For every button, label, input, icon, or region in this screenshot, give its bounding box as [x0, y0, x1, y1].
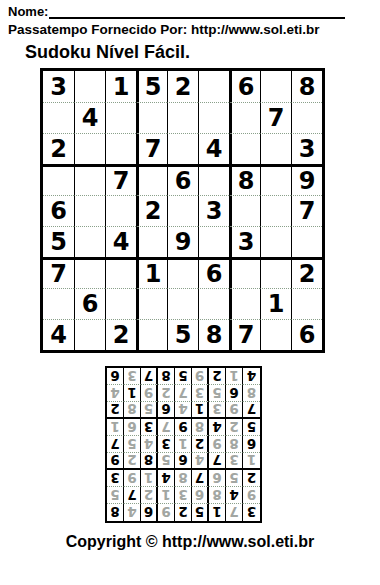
- puzzle-cell-r7c1: 7: [43, 257, 74, 288]
- solution-cell-r8c2: 6: [226, 385, 243, 402]
- sudoku-puzzle-grid: 315268472743768962375493716261425876: [40, 68, 325, 353]
- puzzle-cell-r6c9: [291, 226, 322, 257]
- puzzle-cell-r5c1: 6: [43, 195, 74, 226]
- solution-cell-r3c4: 7: [192, 470, 209, 487]
- puzzle-cell-r7c4: 1: [136, 257, 167, 288]
- puzzle-cell-r9c9: 6: [291, 319, 322, 350]
- puzzle-cell-r8c5: [167, 288, 198, 319]
- puzzle-cell-r6c1: 5: [43, 226, 74, 257]
- solution-cell-r2c2: 4: [226, 487, 243, 504]
- puzzle-cell-r2c5: [167, 102, 198, 133]
- solution-cell-r4c8: 2: [124, 453, 141, 470]
- puzzle-cell-r2c6: [198, 102, 229, 133]
- sudoku-worksheet: Nome: Passatempo Fornecido Por: http://w…: [0, 0, 380, 585]
- solution-cell-r6c3: 4: [209, 419, 226, 436]
- solution-cell-r9c8: 3: [124, 368, 141, 385]
- solution-cell-r6c5: 9: [175, 419, 192, 436]
- solution-cell-r8c5: 7: [175, 385, 192, 402]
- solution-cell-r7c7: 5: [141, 402, 158, 419]
- solution-cell-r7c1: 7: [243, 402, 260, 419]
- puzzle-cell-r5c9: 7: [291, 195, 322, 226]
- solution-cell-r4c9: 9: [107, 453, 124, 470]
- puzzle-cell-r1c1: 3: [43, 71, 74, 102]
- puzzle-cell-r1c8: [260, 71, 291, 102]
- solution-cell-r9c7: 7: [141, 368, 158, 385]
- solution-cell-r6c8: 6: [124, 419, 141, 436]
- puzzle-cell-r6c2: [74, 226, 105, 257]
- puzzle-cell-r8c9: [291, 288, 322, 319]
- puzzle-cell-r1c5: 2: [167, 71, 198, 102]
- solution-cell-r4c4: 4: [192, 453, 209, 470]
- puzzle-cell-r7c7: [229, 257, 260, 288]
- solution-cell-r7c8: 8: [124, 402, 141, 419]
- solution-cell-r1c6: 9: [158, 504, 175, 521]
- solution-cell-r7c4: 1: [192, 402, 209, 419]
- puzzle-cell-r4c5: 6: [167, 164, 198, 195]
- puzzle-cell-r8c3: [105, 288, 136, 319]
- puzzle-cell-r7c3: [105, 257, 136, 288]
- puzzle-cell-r8c1: [43, 288, 74, 319]
- puzzle-cell-r3c6: 4: [198, 133, 229, 164]
- puzzle-cell-r1c3: 1: [105, 71, 136, 102]
- solution-cell-r2c6: 1: [158, 487, 175, 504]
- solution-cell-r3c9: 3: [107, 470, 124, 487]
- puzzle-cell-r4c8: [260, 164, 291, 195]
- puzzle-cell-r7c2: [74, 257, 105, 288]
- solution-cell-r5c2: 8: [226, 436, 243, 453]
- puzzle-cell-r6c3: 4: [105, 226, 136, 257]
- puzzle-cell-r3c7: [229, 133, 260, 164]
- puzzle-cell-r6c5: 9: [167, 226, 198, 257]
- puzzle-cell-r5c2: [74, 195, 105, 226]
- puzzle-cell-r9c6: 8: [198, 319, 229, 350]
- puzzle-cell-r4c9: 9: [291, 164, 322, 195]
- solution-cell-r3c1: 2: [243, 470, 260, 487]
- solution-cell-r5c1: 6: [243, 436, 260, 453]
- puzzle-cell-r2c2: 4: [74, 102, 105, 133]
- solution-cell-r2c1: 9: [243, 487, 260, 504]
- solution-cell-r2c3: 8: [209, 487, 226, 504]
- puzzle-cell-r6c4: [136, 226, 167, 257]
- puzzle-cell-r5c6: 3: [198, 195, 229, 226]
- solution-cell-r4c1: 1: [243, 453, 260, 470]
- puzzle-cell-r9c3: 2: [105, 319, 136, 350]
- page-title: Sudoku Nível Fácil.: [8, 42, 380, 63]
- puzzle-cell-r3c4: 7: [136, 133, 167, 164]
- solution-cell-r6c9: 1: [107, 419, 124, 436]
- solution-cell-r8c3: 5: [209, 385, 226, 402]
- solution-cell-r8c6: 2: [158, 385, 175, 402]
- puzzle-cell-r1c7: 6: [229, 71, 260, 102]
- puzzle-cell-r3c2: [74, 133, 105, 164]
- name-blank-line: [49, 4, 345, 19]
- solution-cell-r5c3: 9: [209, 436, 226, 453]
- solution-cell-r1c5: 2: [175, 504, 192, 521]
- name-label: Nome:: [8, 4, 48, 19]
- solution-cell-r3c2: 5: [226, 470, 243, 487]
- puzzle-cell-r2c1: [43, 102, 74, 133]
- solution-cell-r1c8: 4: [124, 504, 141, 521]
- puzzle-cell-r9c1: 4: [43, 319, 74, 350]
- solution-cell-r2c5: 3: [175, 487, 192, 504]
- puzzle-cell-r6c7: 3: [229, 226, 260, 257]
- solution-cell-r3c5: 8: [175, 470, 192, 487]
- solution-cell-r9c4: 9: [192, 368, 209, 385]
- puzzle-cell-r2c9: [291, 102, 322, 133]
- solution-cell-r1c3: 1: [209, 504, 226, 521]
- puzzle-cell-r3c9: 3: [291, 133, 322, 164]
- puzzle-cell-r4c6: [198, 164, 229, 195]
- solution-cell-r4c7: 8: [141, 453, 158, 470]
- solution-cell-r1c1: 3: [243, 504, 260, 521]
- solution-cell-r9c3: 2: [209, 368, 226, 385]
- puzzle-cell-r7c5: [167, 257, 198, 288]
- solution-cell-r5c4: 2: [192, 436, 209, 453]
- solution-cell-r6c7: 3: [141, 419, 158, 436]
- sudoku-solution-grid-rotated-180: 3715296489486312752567841931374658296892…: [105, 366, 262, 523]
- puzzle-cell-r1c9: 8: [291, 71, 322, 102]
- provider-line: Passatempo Fornecido Por: http://www.sol…: [8, 22, 380, 37]
- solution-cell-r5c5: 1: [175, 436, 192, 453]
- solution-cell-r7c5: 4: [175, 402, 192, 419]
- puzzle-cell-r6c8: [260, 226, 291, 257]
- puzzle-cell-r8c4: [136, 288, 167, 319]
- puzzle-cell-r9c4: [136, 319, 167, 350]
- solution-cell-r3c6: 4: [158, 470, 175, 487]
- puzzle-cell-r3c3: [105, 133, 136, 164]
- solution-cell-r9c9: 6: [107, 368, 124, 385]
- puzzle-cell-r5c8: [260, 195, 291, 226]
- solution-cell-r9c6: 8: [158, 368, 175, 385]
- puzzle-cell-r5c5: [167, 195, 198, 226]
- puzzle-cell-r1c4: 5: [136, 71, 167, 102]
- puzzle-cell-r9c5: 5: [167, 319, 198, 350]
- puzzle-cell-r5c3: [105, 195, 136, 226]
- solution-cell-r1c2: 7: [226, 504, 243, 521]
- puzzle-cell-r4c2: [74, 164, 105, 195]
- puzzle-cell-r3c5: [167, 133, 198, 164]
- solution-cell-r9c2: 1: [226, 368, 243, 385]
- puzzle-cell-r6c6: [198, 226, 229, 257]
- solution-cell-r9c1: 4: [243, 368, 260, 385]
- puzzle-cell-r8c2: 6: [74, 288, 105, 319]
- solution-cell-r4c5: 6: [175, 453, 192, 470]
- solution-cell-r1c9: 8: [107, 504, 124, 521]
- solution-cell-r4c6: 5: [158, 453, 175, 470]
- puzzle-cell-r9c7: 7: [229, 319, 260, 350]
- puzzle-cell-r7c9: 2: [291, 257, 322, 288]
- puzzle-cell-r8c8: 1: [260, 288, 291, 319]
- puzzle-cell-r2c7: [229, 102, 260, 133]
- solution-cell-r6c6: 7: [158, 419, 175, 436]
- solution-cell-r2c4: 6: [192, 487, 209, 504]
- puzzle-cell-r2c3: [105, 102, 136, 133]
- solution-cell-r6c4: 8: [192, 419, 209, 436]
- solution-cell-r8c7: 9: [141, 385, 158, 402]
- puzzle-cell-r2c4: [136, 102, 167, 133]
- solution-cell-r5c8: 5: [124, 436, 141, 453]
- solution-cell-r3c8: 9: [124, 470, 141, 487]
- puzzle-cell-r1c2: [74, 71, 105, 102]
- puzzle-cell-r4c4: [136, 164, 167, 195]
- solution-cell-r2c7: 2: [141, 487, 158, 504]
- name-row: Nome:: [8, 3, 345, 19]
- solution-cell-r4c3: 7: [209, 453, 226, 470]
- solution-cell-r8c1: 8: [243, 385, 260, 402]
- puzzle-cell-r4c3: 7: [105, 164, 136, 195]
- puzzle-cell-r4c7: 8: [229, 164, 260, 195]
- puzzle-cell-r1c6: [198, 71, 229, 102]
- puzzle-cell-r2c8: 7: [260, 102, 291, 133]
- puzzle-cell-r5c4: 2: [136, 195, 167, 226]
- solution-cell-r6c1: 5: [243, 419, 260, 436]
- puzzle-cell-r9c2: [74, 319, 105, 350]
- solution-cell-r3c3: 6: [209, 470, 226, 487]
- puzzle-cell-r8c6: [198, 288, 229, 319]
- solution-cell-r1c7: 6: [141, 504, 158, 521]
- solution-cell-r4c2: 3: [226, 453, 243, 470]
- solution-cell-r7c9: 2: [107, 402, 124, 419]
- puzzle-cell-r9c8: [260, 319, 291, 350]
- copyright-line: Copyright © http://www.sol.eti.br: [8, 533, 372, 551]
- puzzle-cell-r7c6: 6: [198, 257, 229, 288]
- solution-cell-r2c9: 5: [107, 487, 124, 504]
- puzzle-cell-r3c8: [260, 133, 291, 164]
- solution-cell-r9c5: 5: [175, 368, 192, 385]
- solution-cell-r7c6: 6: [158, 402, 175, 419]
- solution-cell-r7c2: 9: [226, 402, 243, 419]
- solution-cell-r3c7: 1: [141, 470, 158, 487]
- solution-cell-r6c2: 2: [226, 419, 243, 436]
- puzzle-cell-r5c7: [229, 195, 260, 226]
- solution-cell-r8c4: 3: [192, 385, 209, 402]
- puzzle-cell-r4c1: [43, 164, 74, 195]
- solution-cell-r5c9: 7: [107, 436, 124, 453]
- puzzle-cell-r7c8: [260, 257, 291, 288]
- solution-cell-r5c7: 4: [141, 436, 158, 453]
- solution-cell-r8c8: 1: [124, 385, 141, 402]
- solution-cell-r5c6: 3: [158, 436, 175, 453]
- solution-cell-r2c8: 7: [124, 487, 141, 504]
- puzzle-cell-r8c7: [229, 288, 260, 319]
- solution-cell-r7c3: 3: [209, 402, 226, 419]
- puzzle-cell-r3c1: 2: [43, 133, 74, 164]
- solution-cell-r1c4: 5: [192, 504, 209, 521]
- solution-cell-r8c9: 4: [107, 385, 124, 402]
